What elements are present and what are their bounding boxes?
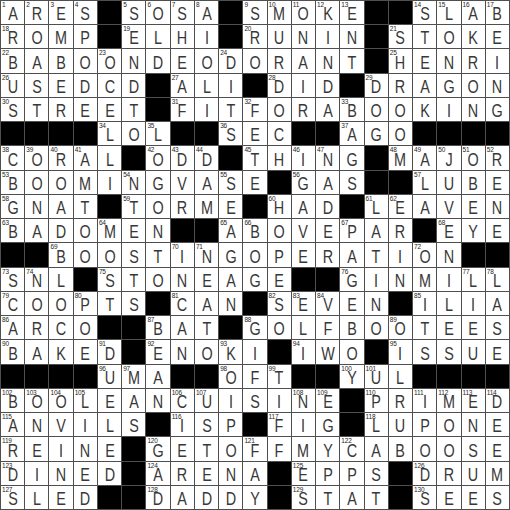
cell[interactable]: N xyxy=(340,25,363,48)
cell[interactable]: S xyxy=(365,462,388,485)
cell[interactable]: 21S xyxy=(389,25,412,48)
cell[interactable]: S xyxy=(195,413,218,436)
cell[interactable]: P xyxy=(316,462,339,485)
cell[interactable]: 20R xyxy=(243,25,266,48)
cell[interactable]: I xyxy=(437,98,460,121)
cell[interactable]: 27A xyxy=(171,74,194,97)
cell[interactable]: V xyxy=(292,219,315,242)
cell[interactable]: 68E xyxy=(437,219,460,242)
cell[interactable]: L xyxy=(49,268,72,291)
cell[interactable]: 100Y xyxy=(340,365,363,388)
cell[interactable]: T xyxy=(195,316,218,339)
cell[interactable]: L xyxy=(98,413,121,436)
cell[interactable]: Y xyxy=(462,219,485,242)
cell[interactable]: 9S xyxy=(243,1,266,24)
cell[interactable]: W xyxy=(316,340,339,363)
cell[interactable]: 23O xyxy=(98,49,121,72)
cell[interactable]: O xyxy=(268,98,291,121)
cell[interactable]: A xyxy=(316,171,339,194)
cell[interactable]: O xyxy=(74,219,97,242)
cell[interactable]: 63B xyxy=(1,219,24,242)
cell[interactable]: N xyxy=(74,437,97,460)
cell[interactable]: 128D xyxy=(146,486,169,509)
cell[interactable]: S xyxy=(25,74,48,97)
cell[interactable]: 55S xyxy=(219,171,242,194)
cell[interactable]: D xyxy=(219,486,242,509)
cell[interactable]: 97M xyxy=(122,365,145,388)
cell[interactable]: 28D xyxy=(268,74,291,97)
cell[interactable]: 40R xyxy=(49,146,72,169)
cell[interactable]: M xyxy=(486,462,509,485)
cell[interactable]: 72O xyxy=(413,243,436,266)
cell[interactable]: I xyxy=(195,25,218,48)
cell[interactable]: D xyxy=(316,74,339,97)
cell[interactable]: T xyxy=(219,98,242,121)
cell[interactable]: 111I xyxy=(413,389,436,412)
cell[interactable]: E xyxy=(316,219,339,242)
cell[interactable]: A xyxy=(25,49,48,72)
cell[interactable]: A xyxy=(25,219,48,242)
cell[interactable]: L xyxy=(195,74,218,97)
cell[interactable]: 69B xyxy=(49,243,72,266)
cell[interactable]: 127S xyxy=(1,486,24,509)
cell[interactable]: P xyxy=(340,462,363,485)
cell[interactable]: A xyxy=(49,195,72,218)
cell[interactable]: 62E xyxy=(389,195,412,218)
cell[interactable]: U xyxy=(268,25,291,48)
cell[interactable]: 129S xyxy=(292,486,315,509)
cell[interactable]: 76G xyxy=(340,268,363,291)
cell[interactable]: G xyxy=(365,122,388,145)
cell[interactable]: E xyxy=(486,219,509,242)
cell[interactable]: E xyxy=(486,413,509,436)
cell[interactable]: I xyxy=(98,171,121,194)
cell[interactable]: G xyxy=(146,171,169,194)
cell[interactable]: T xyxy=(316,486,339,509)
cell[interactable]: 118L xyxy=(365,413,388,436)
cell[interactable]: D xyxy=(146,49,169,72)
cell[interactable]: O xyxy=(25,171,48,194)
cell[interactable]: 73S xyxy=(1,268,24,291)
cell[interactable]: E xyxy=(462,195,485,218)
cell[interactable]: T xyxy=(413,25,436,48)
cell[interactable]: L xyxy=(98,146,121,169)
cell[interactable]: 86A xyxy=(1,316,24,339)
cell[interactable]: 36S xyxy=(219,122,242,145)
cell[interactable]: 30S xyxy=(1,98,24,121)
cell[interactable]: 26U xyxy=(1,74,24,97)
cell[interactable]: R xyxy=(389,389,412,412)
cell[interactable]: 66B xyxy=(243,219,266,242)
cell[interactable]: N xyxy=(292,25,315,48)
cell[interactable]: 42O xyxy=(146,146,169,169)
cell[interactable]: B xyxy=(340,316,363,339)
cell[interactable]: N xyxy=(25,195,48,218)
cell[interactable]: 71N xyxy=(195,243,218,266)
cell[interactable]: 101U xyxy=(365,365,388,388)
cell[interactable]: T xyxy=(25,98,48,121)
cell[interactable]: 81C xyxy=(171,292,194,315)
cell[interactable]: E xyxy=(195,462,218,485)
cell[interactable]: 107U xyxy=(195,389,218,412)
cell[interactable]: E xyxy=(195,268,218,291)
cell[interactable]: 32F xyxy=(243,98,266,121)
cell[interactable]: R xyxy=(462,49,485,72)
cell[interactable]: 123D xyxy=(1,462,24,485)
cell[interactable]: 16A xyxy=(462,1,485,24)
cell[interactable]: A xyxy=(365,219,388,242)
cell[interactable]: 112M xyxy=(437,389,460,412)
cell[interactable]: 1A xyxy=(1,1,24,24)
cell[interactable]: N xyxy=(486,195,509,218)
cell[interactable]: P xyxy=(219,413,242,436)
cell[interactable]: 18R xyxy=(1,25,24,48)
cell[interactable]: 67P xyxy=(340,219,363,242)
cell[interactable]: A xyxy=(340,243,363,266)
cell[interactable]: 44D xyxy=(195,146,218,169)
cell[interactable]: M xyxy=(413,268,436,291)
cell[interactable]: R xyxy=(389,74,412,97)
cell[interactable]: O xyxy=(365,98,388,121)
cell[interactable]: O xyxy=(98,243,121,266)
cell[interactable]: 33B xyxy=(340,98,363,121)
cell[interactable]: 14S xyxy=(413,1,436,24)
cell[interactable]: E xyxy=(74,98,97,121)
cell[interactable]: E xyxy=(268,268,291,291)
cell[interactable]: 102B xyxy=(1,389,24,412)
cell[interactable]: 45T xyxy=(243,146,266,169)
cell[interactable]: O xyxy=(25,25,48,48)
cell[interactable]: S xyxy=(122,413,145,436)
cell[interactable]: 25H xyxy=(389,49,412,72)
cell[interactable]: V xyxy=(437,195,460,218)
cell[interactable]: P xyxy=(268,243,291,266)
cell[interactable]: N xyxy=(171,268,194,291)
cell[interactable]: N xyxy=(316,49,339,72)
cell[interactable]: E xyxy=(340,292,363,315)
cell[interactable]: 125E xyxy=(292,462,315,485)
cell[interactable]: G xyxy=(340,146,363,169)
cell[interactable]: 35L xyxy=(146,122,169,145)
cell[interactable]: H xyxy=(171,25,194,48)
cell[interactable]: S xyxy=(486,486,509,509)
cell[interactable]: O xyxy=(389,122,412,145)
cell[interactable]: T xyxy=(122,268,145,291)
cell[interactable]: P xyxy=(413,413,436,436)
cell[interactable]: 116I xyxy=(171,413,194,436)
cell[interactable]: T xyxy=(340,49,363,72)
cell[interactable]: 6O xyxy=(146,1,169,24)
cell[interactable]: T xyxy=(122,98,145,121)
cell[interactable]: 119R xyxy=(1,437,24,460)
cell[interactable]: E xyxy=(437,316,460,339)
cell[interactable]: 57L xyxy=(413,171,436,194)
cell[interactable]: 11O xyxy=(292,1,315,24)
cell[interactable]: 59T xyxy=(122,195,145,218)
cell[interactable]: 4S xyxy=(74,1,97,24)
cell[interactable]: 13E xyxy=(340,1,363,24)
cell[interactable]: 61L xyxy=(365,195,388,218)
cell[interactable]: O xyxy=(49,292,72,315)
cell[interactable]: M xyxy=(74,171,97,194)
cell[interactable]: A xyxy=(122,389,145,412)
cell[interactable]: G xyxy=(316,413,339,436)
cell[interactable]: 46I xyxy=(292,146,315,169)
cell[interactable]: T xyxy=(74,195,97,218)
cell[interactable]: E xyxy=(292,243,315,266)
cell[interactable]: E xyxy=(462,486,485,509)
cell[interactable]: D xyxy=(98,462,121,485)
cell[interactable]: N xyxy=(462,98,485,121)
cell[interactable]: 88G xyxy=(243,316,266,339)
cell[interactable]: E xyxy=(486,25,509,48)
cell[interactable]: S xyxy=(413,340,436,363)
cell[interactable]: 113E xyxy=(462,389,485,412)
cell[interactable]: 78L xyxy=(486,268,509,291)
cell[interactable]: 58G xyxy=(1,195,24,218)
cell[interactable]: A xyxy=(486,292,509,315)
cell[interactable]: K xyxy=(413,98,436,121)
cell[interactable]: I xyxy=(437,268,460,291)
cell[interactable]: 17B xyxy=(486,1,509,24)
cell[interactable]: G xyxy=(437,74,460,97)
cell[interactable]: D xyxy=(316,195,339,218)
cell[interactable]: N xyxy=(49,462,72,485)
cell[interactable]: 83E xyxy=(292,292,315,315)
cell[interactable]: 77L xyxy=(462,268,485,291)
cell[interactable]: E xyxy=(98,437,121,460)
cell[interactable]: A xyxy=(171,316,194,339)
cell[interactable]: I xyxy=(219,389,242,412)
cell[interactable]: E xyxy=(171,49,194,72)
cell[interactable]: S xyxy=(486,316,509,339)
cell[interactable]: 84V xyxy=(316,292,339,315)
cell[interactable]: 85I xyxy=(413,292,436,315)
cell[interactable]: U xyxy=(437,171,460,194)
cell[interactable]: 79C xyxy=(1,292,24,315)
cell[interactable]: T xyxy=(195,437,218,460)
cell[interactable]: 120G xyxy=(146,437,169,460)
cell[interactable]: 89O xyxy=(389,316,412,339)
cell[interactable]: 93K xyxy=(219,340,242,363)
cell[interactable]: Y xyxy=(316,437,339,460)
cell[interactable]: S xyxy=(122,243,145,266)
cell[interactable]: I xyxy=(389,243,412,266)
cell[interactable]: I xyxy=(486,49,509,72)
cell[interactable]: E xyxy=(486,437,509,460)
cell[interactable]: D xyxy=(195,486,218,509)
cell[interactable]: K xyxy=(462,25,485,48)
cell[interactable]: N xyxy=(437,49,460,72)
cell[interactable]: U xyxy=(462,462,485,485)
cell[interactable]: B xyxy=(462,171,485,194)
cell[interactable]: A xyxy=(146,365,169,388)
cell[interactable]: O xyxy=(49,171,72,194)
cell[interactable]: F xyxy=(243,365,266,388)
cell[interactable]: 39O xyxy=(25,146,48,169)
cell[interactable]: A xyxy=(219,268,242,291)
cell[interactable]: F xyxy=(316,316,339,339)
cell[interactable]: O xyxy=(462,74,485,97)
cell[interactable]: 94I xyxy=(292,340,315,363)
cell[interactable]: G xyxy=(243,268,266,291)
cell[interactable]: L xyxy=(146,25,169,48)
cell[interactable]: D xyxy=(122,74,145,97)
cell[interactable]: C xyxy=(49,316,72,339)
cell[interactable]: O xyxy=(268,219,291,242)
cell[interactable]: 65A xyxy=(219,219,242,242)
cell[interactable]: G xyxy=(486,98,509,121)
cell[interactable]: 7S xyxy=(171,1,194,24)
cell[interactable]: O xyxy=(195,340,218,363)
cell[interactable]: T xyxy=(413,316,436,339)
cell[interactable]: R xyxy=(49,98,72,121)
cell[interactable]: K xyxy=(49,340,72,363)
cell[interactable]: 74N xyxy=(25,268,48,291)
cell[interactable]: 52R xyxy=(486,146,509,169)
cell[interactable]: I xyxy=(25,462,48,485)
cell[interactable]: 114D xyxy=(486,389,509,412)
cell[interactable]: R xyxy=(437,462,460,485)
cell[interactable]: N xyxy=(437,243,460,266)
cell[interactable]: 34L xyxy=(98,122,121,145)
cell[interactable]: O xyxy=(74,243,97,266)
cell[interactable]: 87B xyxy=(146,316,169,339)
cell[interactable]: E xyxy=(219,195,242,218)
cell[interactable]: 92E xyxy=(146,340,169,363)
cell[interactable]: 19E xyxy=(122,25,145,48)
cell[interactable]: E xyxy=(98,389,121,412)
cell[interactable]: A xyxy=(365,437,388,460)
cell[interactable]: 104O xyxy=(49,389,72,412)
cell[interactable]: A xyxy=(171,486,194,509)
cell[interactable]: A xyxy=(292,49,315,72)
cell[interactable]: Y xyxy=(243,486,266,509)
cell[interactable]: P xyxy=(74,25,97,48)
cell[interactable]: T xyxy=(146,243,169,266)
cell[interactable]: 126D xyxy=(413,462,436,485)
cell[interactable]: 47N xyxy=(316,146,339,169)
cell[interactable]: 75S xyxy=(98,268,121,291)
cell[interactable]: V xyxy=(49,413,72,436)
cell[interactable]: I xyxy=(219,74,242,97)
cell[interactable]: T xyxy=(365,243,388,266)
cell[interactable]: N xyxy=(146,389,169,412)
cell[interactable]: I xyxy=(49,437,72,460)
cell[interactable]: 8A xyxy=(195,1,218,24)
cell[interactable]: 70I xyxy=(171,243,194,266)
cell[interactable]: N xyxy=(462,413,485,436)
cell[interactable]: 121F xyxy=(243,437,266,460)
cell[interactable]: 98O xyxy=(219,365,242,388)
cell[interactable]: T xyxy=(365,486,388,509)
cell[interactable]: I xyxy=(74,413,97,436)
cell[interactable]: L xyxy=(292,316,315,339)
cell[interactable]: O xyxy=(389,98,412,121)
cell[interactable]: O xyxy=(437,25,460,48)
cell[interactable]: E xyxy=(413,49,436,72)
cell[interactable]: I xyxy=(243,340,266,363)
cell[interactable]: U xyxy=(389,413,412,436)
cell[interactable]: 12K xyxy=(316,1,339,24)
cell[interactable]: I xyxy=(316,25,339,48)
cell[interactable]: 130S xyxy=(413,486,436,509)
cell[interactable]: 48M xyxy=(389,146,412,169)
cell[interactable]: E xyxy=(486,171,509,194)
cell[interactable]: B xyxy=(49,49,72,72)
cell[interactable]: L xyxy=(389,365,412,388)
cell[interactable]: E xyxy=(49,74,72,97)
cell[interactable]: 82S xyxy=(268,292,291,315)
cell[interactable]: E xyxy=(74,462,97,485)
cell[interactable]: R xyxy=(316,243,339,266)
cell[interactable]: 109E xyxy=(316,389,339,412)
cell[interactable]: O xyxy=(122,122,145,145)
cell[interactable]: O xyxy=(437,437,460,460)
cell[interactable]: 31F xyxy=(171,98,194,121)
cell[interactable]: E xyxy=(74,340,97,363)
cell[interactable]: 115A xyxy=(1,413,24,436)
cell[interactable]: N xyxy=(365,292,388,315)
cell[interactable]: R xyxy=(292,98,315,121)
cell[interactable]: O xyxy=(195,49,218,72)
cell[interactable]: B xyxy=(389,437,412,460)
cell[interactable]: D xyxy=(74,486,97,509)
cell[interactable]: N xyxy=(219,292,242,315)
cell[interactable]: I xyxy=(292,74,315,97)
cell[interactable]: O xyxy=(243,243,266,266)
cell[interactable]: M xyxy=(49,25,72,48)
cell[interactable]: S xyxy=(122,292,145,315)
cell[interactable]: S xyxy=(243,389,266,412)
cell[interactable]: E xyxy=(25,437,48,460)
cell[interactable]: 95I xyxy=(389,340,412,363)
cell[interactable]: 110P xyxy=(365,389,388,412)
cell[interactable]: I xyxy=(195,98,218,121)
cell[interactable]: A xyxy=(195,292,218,315)
cell[interactable]: 10M xyxy=(268,1,291,24)
cell[interactable]: S xyxy=(462,437,485,460)
cell[interactable]: 49A xyxy=(413,146,436,169)
cell[interactable]: O xyxy=(413,437,436,460)
cell[interactable]: O xyxy=(243,49,266,72)
cell[interactable]: L xyxy=(25,486,48,509)
cell[interactable]: A xyxy=(413,74,436,97)
cell[interactable]: I xyxy=(365,268,388,291)
cell[interactable]: N xyxy=(146,219,169,242)
cell[interactable]: O xyxy=(365,316,388,339)
cell[interactable]: 56G xyxy=(292,171,315,194)
cell[interactable]: 122C xyxy=(340,437,363,460)
cell[interactable]: R xyxy=(171,195,194,218)
cell[interactable]: 54N xyxy=(122,171,145,194)
cell[interactable]: A xyxy=(195,171,218,194)
cell[interactable]: 15L xyxy=(437,1,460,24)
cell[interactable]: O xyxy=(146,268,169,291)
cell[interactable]: 99T xyxy=(268,365,291,388)
cell[interactable]: E xyxy=(122,219,145,242)
cell[interactable]: N xyxy=(171,340,194,363)
cell[interactable]: R xyxy=(25,316,48,339)
cell[interactable]: 106C xyxy=(171,389,194,412)
cell[interactable]: 64M xyxy=(98,219,121,242)
cell[interactable]: N xyxy=(486,74,509,97)
cell[interactable]: E xyxy=(243,122,266,145)
cell[interactable]: 29D xyxy=(365,74,388,97)
cell[interactable]: R xyxy=(268,49,291,72)
cell[interactable]: 108N xyxy=(292,389,315,412)
cell[interactable]: A xyxy=(25,340,48,363)
